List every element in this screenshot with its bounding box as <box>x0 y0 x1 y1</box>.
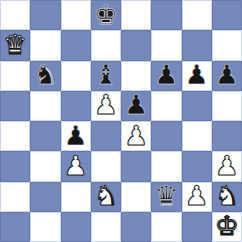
chess-board: ♚♛♞♝♟♟♟♟♟♟♟♟♟♞♛♟♞♚ <box>0 0 242 242</box>
square-f6[interactable]: ♟ <box>151 61 181 91</box>
square-h8[interactable] <box>212 0 242 30</box>
square-f1[interactable] <box>151 212 181 242</box>
square-d3[interactable] <box>91 151 121 181</box>
piece-black-knight[interactable]: ♞ <box>33 61 57 88</box>
square-e6[interactable] <box>121 61 151 91</box>
square-c2[interactable] <box>61 182 91 212</box>
square-a3[interactable] <box>0 151 30 181</box>
square-a6[interactable] <box>0 61 30 91</box>
square-d4[interactable] <box>91 121 121 151</box>
piece-white-knight[interactable]: ♞ <box>94 182 118 209</box>
piece-black-king[interactable]: ♚ <box>94 1 118 28</box>
square-h2[interactable]: ♞ <box>212 182 242 212</box>
piece-black-queen[interactable]: ♛ <box>154 182 178 209</box>
square-h7[interactable] <box>212 30 242 60</box>
piece-black-pawn[interactable]: ♟ <box>64 122 88 149</box>
piece-black-pawn[interactable]: ♟ <box>124 91 148 118</box>
square-a4[interactable] <box>0 121 30 151</box>
piece-white-pawn[interactable]: ♟ <box>215 152 239 179</box>
square-a8[interactable] <box>0 0 30 30</box>
square-b1[interactable] <box>30 212 60 242</box>
square-c4[interactable]: ♟ <box>61 121 91 151</box>
square-c1[interactable] <box>61 212 91 242</box>
square-g5[interactable] <box>182 91 212 121</box>
square-b3[interactable] <box>30 151 60 181</box>
square-f5[interactable] <box>151 91 181 121</box>
square-g3[interactable] <box>182 151 212 181</box>
piece-white-pawn[interactable]: ♟ <box>64 152 88 179</box>
piece-black-pawn[interactable]: ♟ <box>215 61 239 88</box>
piece-black-bishop[interactable]: ♝ <box>94 61 118 88</box>
chess-board-wrapper: ♚♛♞♝♟♟♟♟♟♟♟♟♟♞♛♟♞♚ <box>0 0 242 242</box>
square-g1[interactable] <box>182 212 212 242</box>
square-f4[interactable] <box>151 121 181 151</box>
square-c3[interactable]: ♟ <box>61 151 91 181</box>
square-h5[interactable] <box>212 91 242 121</box>
piece-black-pawn[interactable]: ♟ <box>185 61 209 88</box>
square-e3[interactable] <box>121 151 151 181</box>
square-g8[interactable] <box>182 0 212 30</box>
square-f7[interactable] <box>151 30 181 60</box>
square-b7[interactable] <box>30 30 60 60</box>
square-h6[interactable]: ♟ <box>212 61 242 91</box>
square-h4[interactable] <box>212 121 242 151</box>
square-e2[interactable] <box>121 182 151 212</box>
square-f8[interactable] <box>151 0 181 30</box>
square-f2[interactable]: ♛ <box>151 182 181 212</box>
square-b6[interactable]: ♞ <box>30 61 60 91</box>
square-a1[interactable] <box>0 212 30 242</box>
square-c7[interactable] <box>61 30 91 60</box>
piece-white-queen[interactable]: ♛ <box>3 31 27 58</box>
square-b2[interactable] <box>30 182 60 212</box>
square-e8[interactable] <box>121 0 151 30</box>
square-d1[interactable] <box>91 212 121 242</box>
square-e7[interactable] <box>121 30 151 60</box>
square-e1[interactable] <box>121 212 151 242</box>
square-g7[interactable] <box>182 30 212 60</box>
piece-white-pawn[interactable]: ♟ <box>185 182 209 209</box>
square-b4[interactable] <box>30 121 60 151</box>
square-g2[interactable]: ♟ <box>182 182 212 212</box>
square-f3[interactable] <box>151 151 181 181</box>
square-e5[interactable]: ♟ <box>121 91 151 121</box>
piece-black-pawn[interactable]: ♟ <box>154 61 178 88</box>
square-d7[interactable] <box>91 30 121 60</box>
square-b8[interactable] <box>30 0 60 30</box>
square-a7[interactable]: ♛ <box>0 30 30 60</box>
piece-white-knight[interactable]: ♞ <box>215 182 239 209</box>
square-h3[interactable]: ♟ <box>212 151 242 181</box>
square-g6[interactable]: ♟ <box>182 61 212 91</box>
square-d5[interactable]: ♟ <box>91 91 121 121</box>
square-c8[interactable] <box>61 0 91 30</box>
square-e4[interactable]: ♟ <box>121 121 151 151</box>
square-b5[interactable] <box>30 91 60 121</box>
piece-white-pawn[interactable]: ♟ <box>124 122 148 149</box>
square-c6[interactable] <box>61 61 91 91</box>
piece-white-king[interactable]: ♚ <box>215 212 239 239</box>
square-a2[interactable] <box>0 182 30 212</box>
square-g4[interactable] <box>182 121 212 151</box>
square-h1[interactable]: ♚ <box>212 212 242 242</box>
piece-white-pawn[interactable]: ♟ <box>94 91 118 118</box>
square-d8[interactable]: ♚ <box>91 0 121 30</box>
square-a5[interactable] <box>0 91 30 121</box>
square-d2[interactable]: ♞ <box>91 182 121 212</box>
square-c5[interactable] <box>61 91 91 121</box>
square-d6[interactable]: ♝ <box>91 61 121 91</box>
